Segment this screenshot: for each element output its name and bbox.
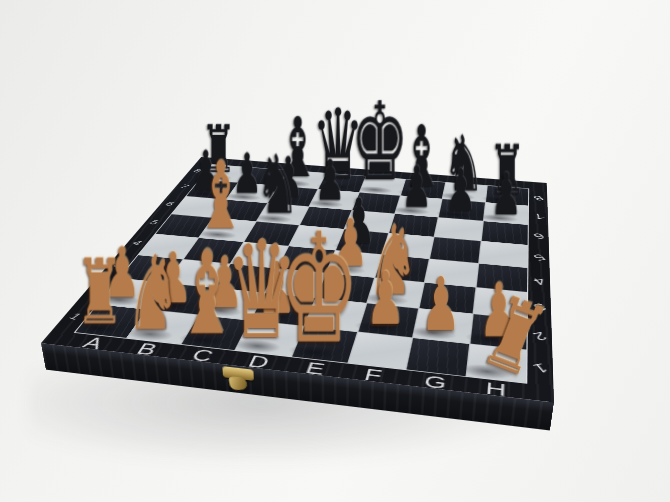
- piece-white-knight-b1[interactable]: ♞: [125, 241, 180, 344]
- rank-label-right-6: 6: [526, 230, 551, 241]
- rank-label-right-5: 5: [526, 251, 552, 263]
- square-h1[interactable]: ♜: [466, 344, 526, 383]
- rank-label-right-7: 7: [526, 211, 550, 221]
- square-g1[interactable]: [407, 338, 469, 376]
- rank-label-right-8: 8: [527, 193, 550, 202]
- piece-white-rook-a1[interactable]: ♜: [76, 248, 124, 338]
- file-label-g: G: [423, 372, 449, 394]
- piece-black-pawn-h7[interactable]: ♟: [490, 165, 522, 224]
- perspective-scene: ♜♝♛♚♝♞♜♟♟♟♟♟♟♟♞♝♟♟♞♟♟♟♟♟♟♟♜♞♝♛♚♜ ABCDEFG…: [0, 0, 670, 502]
- square-g2[interactable]: ♟: [414, 309, 472, 343]
- board-top: ♜♝♛♚♝♞♜♟♟♟♟♟♟♟♞♝♟♟♞♟♟♟♟♟♟♟♜♞♝♛♚♜ ABCDEFG…: [41, 157, 554, 403]
- piece-black-pawn-g7[interactable]: ♟: [445, 162, 476, 220]
- square-h6[interactable]: [481, 221, 528, 245]
- square-h5[interactable]: [479, 241, 528, 267]
- piece-white-king-e1[interactable]: ♚: [278, 214, 359, 365]
- piece-white-pawn-f2[interactable]: ♟: [366, 263, 405, 336]
- chess-board: ♜♝♛♚♝♞♜♟♟♟♟♟♟♟♞♝♟♟♞♟♟♟♟♟♟♟♜♞♝♛♚♜ ABCDEFG…: [41, 157, 554, 403]
- square-h7[interactable]: ♟: [484, 203, 529, 225]
- photo-scene: ♜♝♛♚♝♞♜♟♟♟♟♟♟♟♞♝♟♟♞♟♟♟♟♟♟♟♜♞♝♛♚♜ ABCDEFG…: [0, 0, 670, 502]
- rank-label-left-6: 6: [160, 200, 181, 208]
- square-g7[interactable]: ♟: [439, 199, 485, 220]
- piece-white-pawn-g2[interactable]: ♟: [422, 268, 462, 342]
- square-e1[interactable]: ♚: [292, 326, 358, 363]
